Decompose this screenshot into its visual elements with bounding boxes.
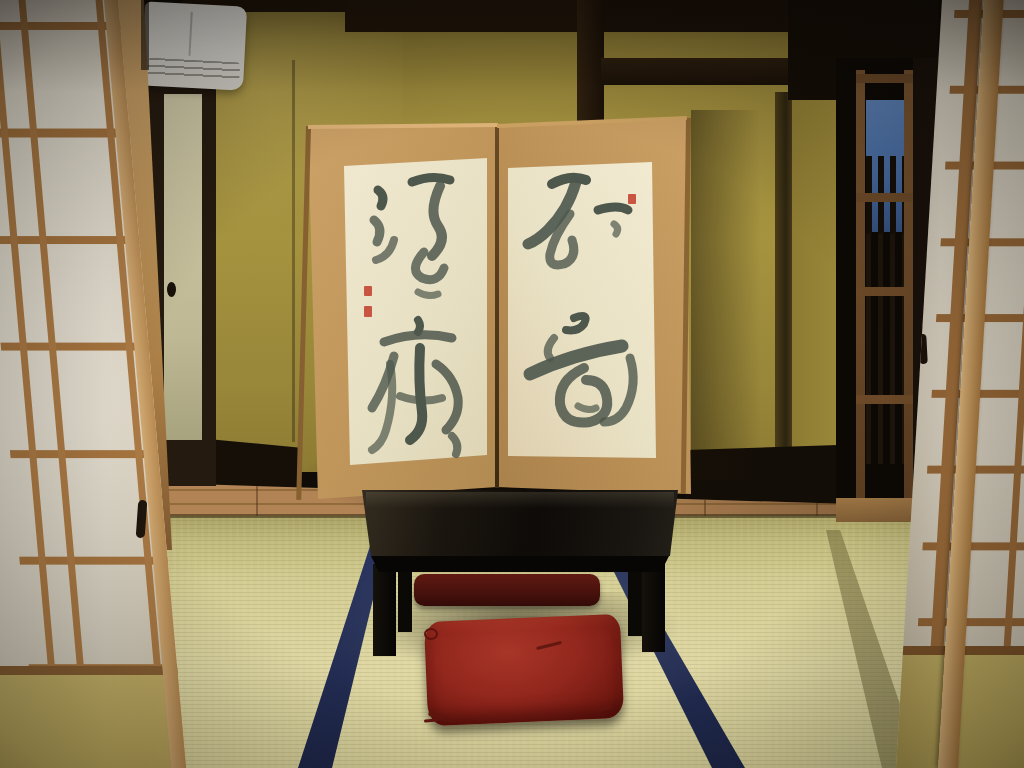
ceiling-beam-right-upper [601, 0, 793, 32]
calligraphy-right-bottom: 敬 [518, 310, 654, 460]
table-front-leg-right [642, 564, 665, 652]
table-top [362, 490, 678, 558]
lattice-rail-4 [856, 395, 913, 404]
wall-corner-line [292, 60, 295, 442]
closet-door-handle [167, 282, 176, 297]
wall-pillar [577, 0, 604, 130]
closet-door-panel [164, 94, 202, 440]
calligraphy-right-top: 和 [514, 170, 640, 316]
wall-beam-right [601, 58, 793, 85]
under-table-cushion [414, 574, 600, 606]
lattice-rail-1 [856, 74, 913, 83]
table-apron [371, 556, 669, 572]
ceiling-beam-center [345, 0, 580, 32]
seal-stamp-left-1 [364, 286, 372, 296]
lattice-stile-right [904, 70, 913, 500]
calligraphy-left-bottom: 寂 [352, 312, 484, 462]
zabuton-tassel-top-left [424, 628, 438, 640]
byobu-hinge [495, 124, 499, 488]
jamb-gap-shadow [141, 0, 149, 70]
air-conditioner [141, 1, 247, 90]
byobu-wall-shadow [691, 110, 761, 480]
lattice-stile-left [856, 70, 865, 500]
ac-louvers [147, 58, 240, 83]
zabuton-cushion [424, 614, 624, 726]
table-top-sheen [366, 492, 674, 508]
side-wall-right [792, 96, 840, 448]
seal-stamp-left-2 [364, 306, 372, 317]
table-front-leg-left [373, 564, 396, 656]
ac-seam [188, 12, 192, 56]
lattice-rail-3 [856, 287, 913, 296]
seal-stamp-right [628, 194, 636, 204]
wall-corner-right [775, 92, 793, 452]
tatami-room-photo: 清 寂 和 敬 [0, 0, 1024, 768]
lattice-rail-2 [856, 193, 913, 202]
